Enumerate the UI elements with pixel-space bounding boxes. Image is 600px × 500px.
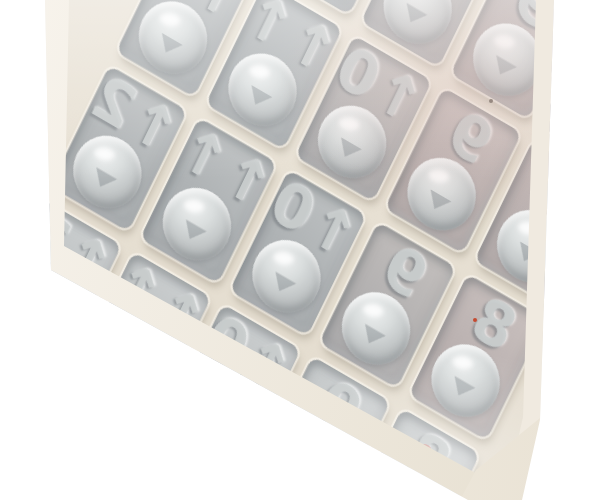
facet-shadow — [335, 137, 362, 163]
glossy-highlight — [207, 385, 228, 400]
facet-shadow — [156, 33, 183, 59]
facet-shadow — [245, 85, 272, 111]
gem-dome-cavity — [372, 0, 464, 57]
glossy-highlight — [273, 251, 294, 266]
glossy-highlight — [94, 147, 115, 162]
facet-shadow — [400, 2, 427, 28]
facet-shadow — [424, 189, 451, 215]
glossy-highlight — [28, 281, 49, 296]
facet-shadow — [359, 323, 386, 349]
facet-shadow — [514, 241, 541, 267]
glossy-highlight — [297, 438, 318, 453]
glossy-highlight — [452, 355, 473, 370]
glossy-highlight — [249, 64, 270, 79]
glossy-highlight — [583, 86, 600, 101]
facet-shadow — [179, 219, 206, 245]
facet-shadow — [448, 376, 475, 402]
facet-shadow — [203, 406, 230, 432]
glossy-highlight — [517, 221, 538, 236]
glossy-highlight — [428, 169, 449, 184]
glossy-highlight — [386, 490, 407, 500]
facet-shadow — [24, 301, 51, 327]
photo-of-silicone-mold: ↑2↑↑↑098↑2↑↑↑098↑2↑↑↑098↑2↑↑↑098↑2↑↑↑098 — [0, 0, 600, 500]
gem-dome-cavity — [551, 62, 600, 161]
glossy-highlight — [118, 333, 139, 348]
glossy-highlight — [493, 34, 514, 49]
facet-shadow — [579, 107, 600, 133]
facet-shadow — [48, 488, 75, 500]
facet-shadow — [490, 55, 517, 81]
facet-shadow — [114, 354, 141, 380]
facet-shadow — [90, 167, 117, 193]
glossy-highlight — [183, 199, 204, 214]
glossy-highlight — [52, 468, 73, 483]
glossy-highlight — [159, 12, 180, 27]
glossy-highlight — [338, 117, 359, 132]
facet-shadow — [293, 458, 320, 484]
glossy-highlight — [362, 303, 383, 318]
mold-cavity-grid: ↑2↑↑↑098↑2↑↑↑098↑2↑↑↑098↑2↑↑↑098↑2↑↑↑098 — [0, 0, 600, 500]
mold-scene: ↑2↑↑↑098↑2↑↑↑098↑2↑↑↑098↑2↑↑↑098↑2↑↑↑098 — [0, 0, 600, 500]
facet-shadow — [269, 271, 296, 297]
